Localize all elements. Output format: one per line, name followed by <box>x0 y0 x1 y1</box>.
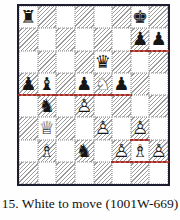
black-bishop-icon: ♝ <box>38 73 57 95</box>
square-c7 <box>56 28 75 50</box>
square-d3 <box>75 117 94 139</box>
white-knight-icon: ♞♘ <box>94 73 113 95</box>
white-pawn-icon: ♟♙ <box>149 140 168 162</box>
square-e3: ♟♙ <box>94 117 113 139</box>
square-h1 <box>149 162 168 184</box>
square-b7 <box>38 28 57 50</box>
white-bishop-icon: ♝♗ <box>131 140 150 162</box>
square-d1 <box>75 162 94 184</box>
white-pawn-icon: ♟♙ <box>75 95 94 117</box>
square-b3: ♛♕ <box>38 117 57 139</box>
square-a3 <box>19 117 38 139</box>
square-d2: ♞ <box>75 140 94 162</box>
square-h3 <box>149 117 168 139</box>
square-h5 <box>149 73 168 95</box>
black-pawn-icon: ♟ <box>112 73 131 95</box>
square-d5: ♟ <box>75 73 94 95</box>
square-e4 <box>94 95 113 117</box>
square-a2 <box>19 140 38 162</box>
square-h4 <box>149 95 168 117</box>
square-e7 <box>94 28 113 50</box>
white-pawn-icon: ♟♙ <box>131 117 150 139</box>
square-h6 <box>149 51 168 73</box>
black-pawn-icon: ♟ <box>131 28 150 50</box>
square-b6 <box>38 51 57 73</box>
square-d6 <box>75 51 94 73</box>
square-a5: ♟ <box>19 73 38 95</box>
square-f3 <box>112 117 131 139</box>
square-b2: ♝♗ <box>38 140 57 162</box>
square-h2: ♟♙ <box>149 140 168 162</box>
square-f4 <box>112 95 131 117</box>
black-king-icon: ♚ <box>131 6 150 28</box>
square-g8: ♚ <box>131 6 150 28</box>
square-c8 <box>56 6 75 28</box>
black-rook-icon: ♜ <box>19 6 38 28</box>
square-f8 <box>112 6 131 28</box>
white-bishop-icon: ♝♗ <box>38 140 57 162</box>
square-e8 <box>94 6 113 28</box>
diagram-caption: 15. White to move (1001W-669) <box>0 196 180 212</box>
square-f2: ♟♙ <box>112 140 131 162</box>
square-g3: ♟♙ <box>131 117 150 139</box>
square-g5 <box>131 73 150 95</box>
square-b1 <box>38 162 57 184</box>
square-b4: ♞ <box>38 95 57 117</box>
white-pawn-icon: ♟♙ <box>112 140 131 162</box>
square-f6 <box>112 51 131 73</box>
square-d8 <box>75 6 94 28</box>
square-g6 <box>131 51 150 73</box>
square-a8: ♜ <box>19 6 38 28</box>
square-c2 <box>56 140 75 162</box>
black-knight-icon: ♞ <box>75 140 94 162</box>
square-c5 <box>56 73 75 95</box>
square-a4 <box>19 95 38 117</box>
square-e2 <box>94 140 113 162</box>
black-pawn-icon: ♟ <box>149 28 168 50</box>
square-g1 <box>131 162 150 184</box>
square-g7: ♟ <box>131 28 150 50</box>
square-h7: ♟ <box>149 28 168 50</box>
square-d7 <box>75 28 94 50</box>
square-e1 <box>94 162 113 184</box>
square-c6 <box>56 51 75 73</box>
square-a7 <box>19 28 38 50</box>
square-f7 <box>112 28 131 50</box>
black-knight-icon: ♞ <box>38 95 57 117</box>
square-h8 <box>149 6 168 28</box>
black-queen-icon: ♛ <box>94 51 113 73</box>
square-f5: ♟ <box>112 73 131 95</box>
square-g2: ♝♗ <box>131 140 150 162</box>
square-b8 <box>38 6 57 28</box>
square-d4: ♟♙ <box>75 95 94 117</box>
square-b5: ♝ <box>38 73 57 95</box>
square-f1 <box>112 162 131 184</box>
black-pawn-icon: ♟ <box>75 73 94 95</box>
square-a6 <box>19 51 38 73</box>
black-pawn-icon: ♟ <box>19 73 38 95</box>
square-c4 <box>56 95 75 117</box>
square-e5: ♞♘ <box>94 73 113 95</box>
white-queen-icon: ♛♕ <box>38 117 57 139</box>
square-c3 <box>56 117 75 139</box>
square-c1 <box>56 162 75 184</box>
square-a1 <box>19 162 38 184</box>
chess-board: ♜♚♟♟♛♟♝♟♞♘♟♞♟♙♛♕♟♙♟♙♝♗♞♟♙♝♗♟♙ <box>17 4 170 186</box>
diagram-page: ♜♚♟♟♛♟♝♟♞♘♟♞♟♙♛♕♟♙♟♙♝♗♞♟♙♝♗♟♙ 15. White … <box>0 0 180 220</box>
square-e6: ♛ <box>94 51 113 73</box>
square-g4 <box>131 95 150 117</box>
white-pawn-icon: ♟♙ <box>94 117 113 139</box>
